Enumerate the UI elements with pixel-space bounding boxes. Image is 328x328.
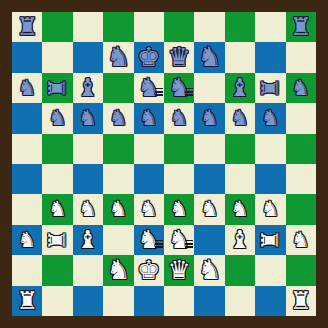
piece-white-rook[interactable]: ♜ xyxy=(12,286,42,316)
square-j4[interactable] xyxy=(286,194,316,224)
piece-black-horse[interactable]: ♞ xyxy=(225,103,255,133)
square-i10[interactable] xyxy=(255,12,285,42)
square-c3[interactable]: ♝ xyxy=(73,225,103,255)
piece-white-horse[interactable]: ♞ xyxy=(73,194,103,224)
square-e2[interactable]: ♚ xyxy=(134,255,164,285)
square-b6[interactable] xyxy=(42,134,72,164)
piece-black-rook[interactable]: ♜ xyxy=(12,12,42,42)
square-h4[interactable]: ♞ xyxy=(225,194,255,224)
piece-white-cannon[interactable]: ♜ xyxy=(255,225,285,255)
square-h7[interactable]: ♞ xyxy=(225,103,255,133)
square-j1[interactable]: ♜ xyxy=(286,286,316,316)
square-c1[interactable] xyxy=(73,286,103,316)
square-f4[interactable]: ♞ xyxy=(164,194,194,224)
square-b1[interactable] xyxy=(42,286,72,316)
piece-white-horse[interactable]: ♞ xyxy=(42,194,72,224)
square-d4[interactable]: ♞ xyxy=(103,194,133,224)
square-j2[interactable] xyxy=(286,255,316,285)
square-a1[interactable]: ♜ xyxy=(12,286,42,316)
square-i1[interactable] xyxy=(255,286,285,316)
piece-black-rook[interactable]: ♜ xyxy=(286,12,316,42)
square-i3[interactable]: ♜ xyxy=(255,225,285,255)
board-frame: ♜♜♞♚♛♞♞♜♝♞♞♝♜♞♞♞♞♞♞♞♞♞♞♞♞♞♞♞♞♞♞♜♝♞♞♝♜♞♞♚… xyxy=(0,0,328,328)
square-d2[interactable]: ♞ xyxy=(103,255,133,285)
square-b2[interactable] xyxy=(42,255,72,285)
square-i5[interactable] xyxy=(255,164,285,194)
square-a9[interactable] xyxy=(12,42,42,72)
square-g2[interactable]: ♞ xyxy=(194,255,224,285)
square-c6[interactable] xyxy=(73,134,103,164)
piece-black-queen[interactable]: ♛ xyxy=(164,42,194,72)
square-a10[interactable]: ♜ xyxy=(12,12,42,42)
piece-black-horse[interactable]: ♞ xyxy=(134,103,164,133)
square-h2[interactable] xyxy=(225,255,255,285)
piece-black-horse[interactable]: ♞ xyxy=(286,73,316,103)
square-b8[interactable]: ♜ xyxy=(42,73,72,103)
square-f10[interactable] xyxy=(164,12,194,42)
piece-black-cannon[interactable]: ♜ xyxy=(42,73,72,103)
square-e3[interactable]: ♞ xyxy=(134,225,164,255)
square-a8[interactable]: ♞ xyxy=(12,73,42,103)
piece-white-horse[interactable]: ♞ xyxy=(103,194,133,224)
square-e8[interactable]: ♞ xyxy=(134,73,164,103)
square-e5[interactable] xyxy=(134,164,164,194)
piece-black-bishop[interactable]: ♝ xyxy=(225,73,255,103)
square-d5[interactable] xyxy=(103,164,133,194)
square-i8[interactable]: ♜ xyxy=(255,73,285,103)
piece-black-horse[interactable]: ♞ xyxy=(42,103,72,133)
square-j7[interactable] xyxy=(286,103,316,133)
square-f2[interactable]: ♛ xyxy=(164,255,194,285)
square-c7[interactable]: ♞ xyxy=(73,103,103,133)
square-i6[interactable] xyxy=(255,134,285,164)
square-b5[interactable] xyxy=(42,164,72,194)
piece-white-nightrider[interactable]: ♞ xyxy=(164,225,194,255)
piece-white-bishop[interactable]: ♝ xyxy=(225,225,255,255)
square-f1[interactable] xyxy=(164,286,194,316)
square-i4[interactable]: ♞ xyxy=(255,194,285,224)
piece-black-bishop[interactable]: ♝ xyxy=(73,73,103,103)
square-a4[interactable] xyxy=(12,194,42,224)
piece-black-cannon[interactable]: ♜ xyxy=(255,73,285,103)
square-j3[interactable]: ♞ xyxy=(286,225,316,255)
game-board: ♜♜♞♚♛♞♞♜♝♞♞♝♜♞♞♞♞♞♞♞♞♞♞♞♞♞♞♞♞♞♞♜♝♞♞♝♜♞♞♚… xyxy=(12,12,316,316)
square-h1[interactable] xyxy=(225,286,255,316)
square-h10[interactable] xyxy=(225,12,255,42)
square-j8[interactable]: ♞ xyxy=(286,73,316,103)
piece-black-horse[interactable]: ♞ xyxy=(255,103,285,133)
piece-white-knight[interactable]: ♞ xyxy=(194,255,224,285)
square-d8[interactable] xyxy=(103,73,133,103)
square-g8[interactable] xyxy=(194,73,224,103)
square-j5[interactable] xyxy=(286,164,316,194)
square-g3[interactable] xyxy=(194,225,224,255)
square-a2[interactable] xyxy=(12,255,42,285)
piece-black-nightrider[interactable]: ♞ xyxy=(134,73,164,103)
piece-black-king[interactable]: ♚ xyxy=(134,42,164,72)
piece-white-horse[interactable]: ♞ xyxy=(164,194,194,224)
square-f3[interactable]: ♞ xyxy=(164,225,194,255)
square-d1[interactable] xyxy=(103,286,133,316)
piece-white-horse[interactable]: ♞ xyxy=(194,194,224,224)
square-g9[interactable]: ♞ xyxy=(194,42,224,72)
square-f6[interactable] xyxy=(164,134,194,164)
square-f7[interactable]: ♞ xyxy=(164,103,194,133)
square-c10[interactable] xyxy=(73,12,103,42)
square-c8[interactable]: ♝ xyxy=(73,73,103,103)
square-d9[interactable]: ♞ xyxy=(103,42,133,72)
square-b4[interactable]: ♞ xyxy=(42,194,72,224)
piece-white-cannon[interactable]: ♜ xyxy=(42,225,72,255)
square-b7[interactable]: ♞ xyxy=(42,103,72,133)
square-h5[interactable] xyxy=(225,164,255,194)
square-h8[interactable]: ♝ xyxy=(225,73,255,103)
square-g1[interactable] xyxy=(194,286,224,316)
piece-white-nightrider[interactable]: ♞ xyxy=(134,225,164,255)
piece-white-king[interactable]: ♚ xyxy=(134,255,164,285)
square-j9[interactable] xyxy=(286,42,316,72)
square-h6[interactable] xyxy=(225,134,255,164)
piece-white-horse[interactable]: ♞ xyxy=(225,194,255,224)
square-e10[interactable] xyxy=(134,12,164,42)
piece-white-horse[interactable]: ♞ xyxy=(134,194,164,224)
square-g5[interactable] xyxy=(194,164,224,194)
piece-white-bishop[interactable]: ♝ xyxy=(73,225,103,255)
square-c5[interactable] xyxy=(73,164,103,194)
piece-white-rook[interactable]: ♜ xyxy=(286,286,316,316)
square-c4[interactable]: ♞ xyxy=(73,194,103,224)
square-g7[interactable]: ♞ xyxy=(194,103,224,133)
square-d7[interactable]: ♞ xyxy=(103,103,133,133)
square-a6[interactable] xyxy=(12,134,42,164)
piece-black-horse[interactable]: ♞ xyxy=(12,73,42,103)
piece-white-horse[interactable]: ♞ xyxy=(255,194,285,224)
piece-black-horse[interactable]: ♞ xyxy=(194,103,224,133)
square-b10[interactable] xyxy=(42,12,72,42)
square-j10[interactable]: ♜ xyxy=(286,12,316,42)
square-f8[interactable]: ♞ xyxy=(164,73,194,103)
square-a7[interactable] xyxy=(12,103,42,133)
square-g10[interactable] xyxy=(194,12,224,42)
square-f9[interactable]: ♛ xyxy=(164,42,194,72)
piece-black-horse[interactable]: ♞ xyxy=(103,103,133,133)
square-a3[interactable]: ♞ xyxy=(12,225,42,255)
piece-black-horse[interactable]: ♞ xyxy=(73,103,103,133)
square-i9[interactable] xyxy=(255,42,285,72)
piece-black-horse[interactable]: ♞ xyxy=(164,103,194,133)
square-g6[interactable] xyxy=(194,134,224,164)
piece-black-nightrider[interactable]: ♞ xyxy=(164,73,194,103)
square-g4[interactable]: ♞ xyxy=(194,194,224,224)
piece-white-horse[interactable]: ♞ xyxy=(12,225,42,255)
square-e4[interactable]: ♞ xyxy=(134,194,164,224)
square-i2[interactable] xyxy=(255,255,285,285)
square-j6[interactable] xyxy=(286,134,316,164)
square-b3[interactable]: ♜ xyxy=(42,225,72,255)
square-h3[interactable]: ♝ xyxy=(225,225,255,255)
piece-black-knight[interactable]: ♞ xyxy=(194,42,224,72)
piece-white-knight[interactable]: ♞ xyxy=(103,255,133,285)
square-h9[interactable] xyxy=(225,42,255,72)
piece-white-horse[interactable]: ♞ xyxy=(286,225,316,255)
square-b9[interactable] xyxy=(42,42,72,72)
piece-black-knight[interactable]: ♞ xyxy=(103,42,133,72)
square-d10[interactable] xyxy=(103,12,133,42)
square-c9[interactable] xyxy=(73,42,103,72)
square-e6[interactable] xyxy=(134,134,164,164)
square-d3[interactable] xyxy=(103,225,133,255)
square-e7[interactable]: ♞ xyxy=(134,103,164,133)
piece-white-queen[interactable]: ♛ xyxy=(164,255,194,285)
square-i7[interactable]: ♞ xyxy=(255,103,285,133)
square-c2[interactable] xyxy=(73,255,103,285)
square-f5[interactable] xyxy=(164,164,194,194)
square-d6[interactable] xyxy=(103,134,133,164)
square-a5[interactable] xyxy=(12,164,42,194)
square-e9[interactable]: ♚ xyxy=(134,42,164,72)
square-e1[interactable] xyxy=(134,286,164,316)
